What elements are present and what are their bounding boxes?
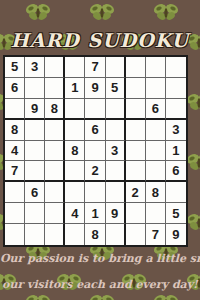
sudoku-cell <box>146 78 166 99</box>
sudoku-cell: 3 <box>166 120 186 141</box>
sudoku-cell: 8 <box>45 99 65 120</box>
sudoku-cell <box>126 57 146 78</box>
sudoku-cell: 6 <box>166 161 186 182</box>
sudoku-cell <box>146 120 166 141</box>
sudoku-cell: 9 <box>106 203 126 224</box>
sudoku-cell: 7 <box>146 224 166 245</box>
sudoku-cell <box>106 161 126 182</box>
sudoku-cell <box>146 161 166 182</box>
sudoku-cell <box>126 141 146 162</box>
tagline-line2: our visitors each and every day! <box>0 278 200 291</box>
butterfly-icon <box>24 293 51 300</box>
butterfly-icon <box>88 2 115 21</box>
sudoku-cell <box>45 141 65 162</box>
sudoku-cell: 5 <box>106 78 126 99</box>
sudoku-cell: 6 <box>85 120 105 141</box>
cover-title: HARD SUDOKU <box>0 29 200 51</box>
sudoku-grid: 537619598686348317266284195879 <box>3 55 188 247</box>
sudoku-cell <box>146 203 166 224</box>
sudoku-cell: 5 <box>166 203 186 224</box>
sudoku-cell: 8 <box>85 224 105 245</box>
sudoku-cell: 1 <box>166 141 186 162</box>
sudoku-cell <box>126 224 146 245</box>
sudoku-cell <box>45 78 65 99</box>
sudoku-cell: 6 <box>25 182 45 203</box>
sudoku-cell: 9 <box>25 99 45 120</box>
sudoku-cell <box>5 99 25 120</box>
sudoku-cell <box>65 161 85 182</box>
sudoku-cell <box>106 182 126 203</box>
sudoku-cell: 9 <box>166 224 186 245</box>
sudoku-cell <box>65 99 85 120</box>
sudoku-cell <box>106 99 126 120</box>
sudoku-cell <box>45 120 65 141</box>
butterfly-icon <box>24 2 51 21</box>
sudoku-cell <box>106 57 126 78</box>
sudoku-cell <box>45 224 65 245</box>
sudoku-cell <box>85 141 105 162</box>
sudoku-cell <box>126 203 146 224</box>
sudoku-cell: 9 <box>85 78 105 99</box>
sudoku-cell: 3 <box>106 141 126 162</box>
butterfly-icon <box>152 2 179 21</box>
sudoku-cell: 1 <box>65 78 85 99</box>
sudoku-cell <box>5 224 25 245</box>
sudoku-cell <box>25 161 45 182</box>
butterfly-icon <box>152 293 179 300</box>
sudoku-cell: 6 <box>5 78 25 99</box>
sudoku-cell: 4 <box>65 203 85 224</box>
sudoku-cell: 5 <box>5 57 25 78</box>
sudoku-cell <box>65 57 85 78</box>
sudoku-cell <box>146 57 166 78</box>
sudoku-cell <box>146 141 166 162</box>
sudoku-cell <box>65 120 85 141</box>
sudoku-cell <box>45 182 65 203</box>
sudoku-cell <box>126 78 146 99</box>
sudoku-cell <box>166 57 186 78</box>
sudoku-cell: 1 <box>85 203 105 224</box>
sudoku-cell: 3 <box>25 57 45 78</box>
sudoku-cell <box>45 203 65 224</box>
sudoku-cell <box>85 182 105 203</box>
sudoku-cell: 2 <box>85 161 105 182</box>
sudoku-cell <box>166 78 186 99</box>
sudoku-cell: 7 <box>5 161 25 182</box>
sudoku-cell <box>126 120 146 141</box>
sudoku-cell: 8 <box>5 120 25 141</box>
sudoku-cell <box>25 120 45 141</box>
sudoku-cell <box>106 224 126 245</box>
sudoku-cell: 2 <box>126 182 146 203</box>
sudoku-cell: 8 <box>65 141 85 162</box>
sudoku-cell <box>5 203 25 224</box>
sudoku-cell <box>126 99 146 120</box>
sudoku-cell <box>5 182 25 203</box>
sudoku-cell <box>25 78 45 99</box>
tagline-line1: Our passion is to bring a little smile t… <box>0 252 200 265</box>
sudoku-cell <box>25 224 45 245</box>
sudoku-cell <box>25 203 45 224</box>
sudoku-cell: 6 <box>146 99 166 120</box>
sudoku-cell <box>45 161 65 182</box>
sudoku-cell: 8 <box>146 182 166 203</box>
sudoku-cell: 4 <box>5 141 25 162</box>
sudoku-cell <box>25 141 45 162</box>
sudoku-cell <box>106 120 126 141</box>
sudoku-cell <box>45 57 65 78</box>
butterfly-icon <box>88 293 115 300</box>
book-cover: HARD SUDOKU 5376195986863483172662841958… <box>0 0 200 300</box>
sudoku-cell <box>166 182 186 203</box>
sudoku-cell <box>65 182 85 203</box>
sudoku-cell <box>166 99 186 120</box>
sudoku-cell <box>85 99 105 120</box>
sudoku-cell <box>126 161 146 182</box>
sudoku-cell: 7 <box>85 57 105 78</box>
sudoku-cell <box>65 224 85 245</box>
